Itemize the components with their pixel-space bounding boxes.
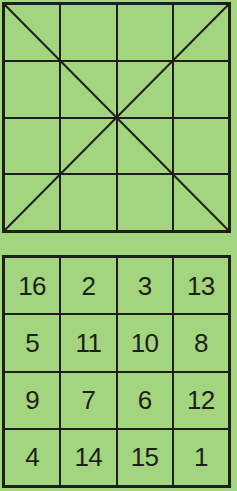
construction-cell (174, 175, 228, 230)
construction-cell (118, 5, 172, 60)
magic-square-cell: 7 (61, 373, 115, 428)
magic-square-cell: 9 (5, 373, 59, 428)
magic-square-cell: 3 (118, 258, 172, 313)
diagram-background: 16231351110897612414151 (0, 0, 237, 491)
construction-cell (118, 62, 172, 117)
construction-cell (5, 62, 59, 117)
construction-grid (2, 2, 231, 233)
magic-square-cell: 15 (118, 430, 172, 485)
construction-cell (5, 119, 59, 174)
construction-cell (61, 62, 115, 117)
construction-cell (174, 62, 228, 117)
magic-square-cell: 1 (174, 430, 228, 485)
construction-cell (118, 119, 172, 174)
magic-square-cell: 13 (174, 258, 228, 313)
magic-square-cell: 16 (5, 258, 59, 313)
construction-cell (174, 119, 228, 174)
magic-square-cell: 12 (174, 373, 228, 428)
construction-cell (5, 5, 59, 60)
construction-grid-cells (5, 5, 228, 230)
construction-cell (61, 175, 115, 230)
magic-square-cell: 4 (5, 430, 59, 485)
magic-square-cell: 14 (61, 430, 115, 485)
magic-square-grid: 16231351110897612414151 (2, 255, 231, 488)
magic-square-cell: 11 (61, 315, 115, 370)
magic-square-cell: 6 (118, 373, 172, 428)
construction-cell (118, 175, 172, 230)
construction-cell (5, 175, 59, 230)
construction-cell (61, 5, 115, 60)
magic-square-cell: 10 (118, 315, 172, 370)
magic-square-cell: 5 (5, 315, 59, 370)
magic-square-cell: 8 (174, 315, 228, 370)
magic-square-cell: 2 (61, 258, 115, 313)
magic-square-cells: 16231351110897612414151 (5, 258, 228, 485)
construction-cell (174, 5, 228, 60)
construction-cell (61, 119, 115, 174)
